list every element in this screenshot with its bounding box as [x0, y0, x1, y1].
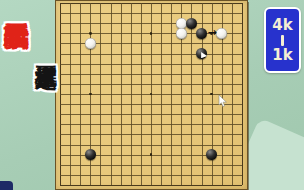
grid-line	[60, 165, 242, 166]
star-point	[150, 32, 153, 35]
grid-line	[161, 3, 162, 185]
rank-top-label: 4k	[272, 18, 292, 33]
video-thumbnail: → 斩断实战恶手 探索棋之正道 4k 1k	[0, 0, 304, 190]
stone-white-N16	[176, 28, 187, 39]
star-point	[150, 153, 153, 156]
arrow-annotation: →	[208, 27, 216, 38]
go-board[interactable]: →	[55, 0, 248, 190]
star-point	[89, 93, 92, 96]
stone-black-D4	[85, 149, 96, 160]
star-point	[210, 93, 213, 96]
stone-black-P14	[196, 48, 207, 59]
rank-bottom-label: 1k	[272, 48, 292, 63]
grid-line	[60, 104, 242, 105]
rank-divider	[281, 35, 283, 46]
star-point	[150, 93, 153, 96]
grid-line	[171, 3, 172, 185]
grid-line	[242, 3, 243, 185]
stone-black-P16	[196, 28, 207, 39]
rank-range-badge: 4k 1k	[264, 7, 301, 73]
stone-black-O17	[186, 18, 197, 29]
grid-line	[60, 124, 242, 125]
stone-white-N17	[176, 18, 187, 29]
corner-logo-fragment	[0, 181, 13, 190]
grid-line	[60, 114, 242, 115]
stone-black-Q4	[206, 149, 217, 160]
star-point	[89, 32, 92, 35]
grid-line	[60, 185, 242, 186]
grid-line	[232, 3, 233, 185]
grid-line	[191, 3, 192, 185]
grid-line	[60, 175, 242, 176]
triangle-marker	[201, 52, 207, 58]
stone-white-D15	[85, 38, 96, 49]
grid-line	[60, 145, 242, 146]
grid-line	[60, 134, 242, 135]
stone-white-R16	[216, 28, 227, 39]
